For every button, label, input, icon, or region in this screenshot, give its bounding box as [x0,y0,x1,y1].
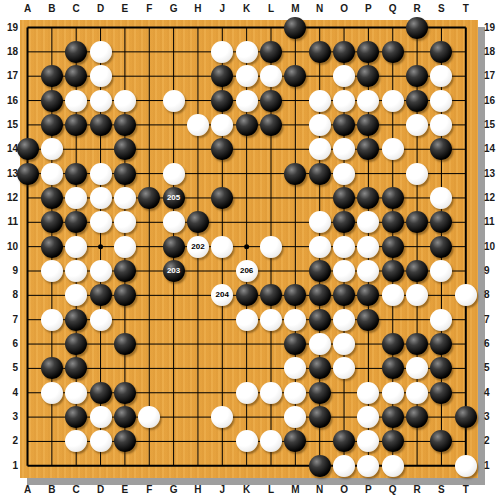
col-label-bottom-S: S [431,483,451,497]
white-stone-M7 [284,309,306,331]
row-label-left-9: 9 [0,264,18,278]
black-stone-E9 [114,260,136,282]
row-label-left-8: 8 [0,288,18,302]
white-stone-O16 [333,90,355,112]
white-stone-T8 [455,284,477,306]
col-label-top-N: N [310,2,330,16]
row-label-left-5: 5 [0,361,18,375]
white-stone-R15 [406,114,428,136]
col-label-bottom-L: L [261,483,281,497]
col-label-top-B: B [42,2,62,16]
white-stone-L7 [260,309,282,331]
row-label-right-12: 12 [484,191,500,205]
black-stone-L15 [260,114,282,136]
col-label-top-G: G [164,2,184,16]
row-label-left-11: 11 [0,215,18,229]
white-stone-B7 [41,309,63,331]
col-label-top-J: J [212,2,232,16]
white-stone-Q16 [382,90,404,112]
black-stone-G10 [163,236,185,258]
col-label-top-A: A [18,2,38,16]
white-stone-K4 [236,382,258,404]
white-stone-K9-move-206: 206 [236,260,258,282]
col-label-top-Q: Q [383,2,403,16]
white-stone-N6 [309,333,331,355]
white-stone-Q4 [382,382,404,404]
white-stone-J18 [211,41,233,63]
col-label-bottom-G: G [164,483,184,497]
col-label-top-F: F [139,2,159,16]
row-label-right-16: 16 [484,94,500,108]
col-label-top-D: D [91,2,111,16]
white-stone-D9 [90,260,112,282]
black-stone-N7 [309,309,331,331]
col-label-top-H: H [188,2,208,16]
white-stone-O6 [333,333,355,355]
black-stone-D15 [90,114,112,136]
row-label-right-7: 7 [484,313,500,327]
white-stone-N10 [309,236,331,258]
col-label-bottom-D: D [91,483,111,497]
black-stone-E4 [114,382,136,404]
col-label-bottom-E: E [115,483,135,497]
white-stone-D11 [90,211,112,233]
black-stone-B15 [41,114,63,136]
black-stone-E3 [114,406,136,428]
row-label-left-6: 6 [0,337,18,351]
black-stone-N1 [309,455,331,477]
col-label-top-T: T [456,2,476,16]
row-label-right-11: 11 [484,215,500,229]
white-stone-C10 [65,236,87,258]
black-stone-A14 [17,138,39,160]
white-stone-E12 [114,187,136,209]
black-stone-L16 [260,90,282,112]
black-stone-A13 [17,163,39,185]
black-stone-D8 [90,284,112,306]
white-stone-K17 [236,65,258,87]
white-stone-Q1 [382,455,404,477]
col-label-top-K: K [237,2,257,16]
black-stone-N5 [309,357,331,379]
black-stone-B17 [41,65,63,87]
black-stone-Q10 [382,236,404,258]
white-stone-D13 [90,163,112,185]
black-stone-R6 [406,333,428,355]
black-stone-L18 [260,41,282,63]
black-stone-Q11 [382,211,404,233]
col-label-bottom-C: C [66,483,86,497]
row-label-right-19: 19 [484,21,500,35]
col-label-bottom-M: M [285,483,305,497]
black-stone-S10 [430,236,452,258]
white-stone-R4 [406,382,428,404]
white-stone-N15 [309,114,331,136]
row-label-right-15: 15 [484,118,500,132]
black-stone-Q5 [382,357,404,379]
row-label-left-16: 16 [0,94,18,108]
black-stone-N4 [309,382,331,404]
row-label-right-13: 13 [484,167,500,181]
col-label-top-L: L [261,2,281,16]
white-stone-O1 [333,455,355,477]
col-label-top-S: S [431,2,451,16]
col-label-bottom-A: A [18,483,38,497]
row-label-right-6: 6 [484,337,500,351]
black-stone-B12 [41,187,63,209]
row-label-right-1: 1 [484,459,500,473]
white-stone-B14 [41,138,63,160]
col-label-bottom-H: H [188,483,208,497]
white-stone-D16 [90,90,112,112]
white-stone-E10 [114,236,136,258]
black-stone-E13 [114,163,136,185]
black-stone-E6 [114,333,136,355]
white-stone-D7 [90,309,112,331]
white-stone-J10 [211,236,233,258]
black-stone-B16 [41,90,63,112]
white-stone-S16 [430,90,452,112]
black-stone-N18 [309,41,331,63]
white-stone-P4 [357,382,379,404]
white-stone-Q14 [382,138,404,160]
white-stone-G11 [163,211,185,233]
white-stone-D17 [90,65,112,87]
row-label-right-3: 3 [484,410,500,424]
go-board[interactable]: 205202203206204 [20,20,478,478]
white-stone-K18 [236,41,258,63]
col-label-top-R: R [407,2,427,16]
row-label-right-18: 18 [484,45,500,59]
row-label-left-1: 1 [0,459,18,473]
black-stone-Q18 [382,41,404,63]
white-stone-H15 [187,114,209,136]
white-stone-G13 [163,163,185,185]
col-label-top-O: O [334,2,354,16]
col-label-top-P: P [358,2,378,16]
row-label-right-2: 2 [484,434,500,448]
white-stone-K7 [236,309,258,331]
row-label-right-14: 14 [484,142,500,156]
col-label-bottom-P: P [358,483,378,497]
col-label-top-E: E [115,2,135,16]
white-stone-C12 [65,187,87,209]
black-stone-K8 [236,284,258,306]
black-stone-C15 [65,114,87,136]
black-stone-M13 [284,163,306,185]
black-stone-O12 [333,187,355,209]
black-stone-D4 [90,382,112,404]
white-stone-K16 [236,90,258,112]
row-label-right-9: 9 [484,264,500,278]
black-stone-N13 [309,163,331,185]
col-label-top-C: C [66,2,86,16]
black-stone-M19 [284,17,306,39]
black-stone-J16 [211,90,233,112]
white-stone-N16 [309,90,331,112]
row-label-left-2: 2 [0,434,18,448]
white-stone-C16 [65,90,87,112]
black-stone-O15 [333,114,355,136]
col-label-bottom-B: B [42,483,62,497]
black-stone-N8 [309,284,331,306]
black-stone-G9-move-203: 203 [163,260,185,282]
white-stone-M4 [284,382,306,404]
white-stone-G16 [163,90,185,112]
row-label-left-19: 19 [0,21,18,35]
white-stone-N11 [309,211,331,233]
row-label-right-4: 4 [484,386,500,400]
row-label-left-4: 4 [0,386,18,400]
white-stone-D12 [90,187,112,209]
black-stone-N9 [309,260,331,282]
white-stone-L4 [260,382,282,404]
black-stone-B10 [41,236,63,258]
black-stone-E14 [114,138,136,160]
black-stone-T3 [455,406,477,428]
white-stone-D2 [90,430,112,452]
white-stone-Q8 [382,284,404,306]
row-label-right-10: 10 [484,240,500,254]
col-label-bottom-Q: Q [383,483,403,497]
col-label-bottom-F: F [139,483,159,497]
white-stone-L10 [260,236,282,258]
black-stone-Q12 [382,187,404,209]
white-stone-O9 [333,260,355,282]
row-label-left-15: 15 [0,118,18,132]
white-stone-E16 [114,90,136,112]
white-stone-D18 [90,41,112,63]
white-stone-O7 [333,309,355,331]
row-label-right-5: 5 [484,361,500,375]
white-stone-S7 [430,309,452,331]
black-stone-E15 [114,114,136,136]
white-stone-B9 [41,260,63,282]
hoshi-point [98,244,103,249]
col-label-bottom-R: R [407,483,427,497]
hoshi-point [244,244,249,249]
row-label-left-18: 18 [0,45,18,59]
col-label-bottom-T: T [456,483,476,497]
white-stone-B4 [41,382,63,404]
white-stone-B13 [41,163,63,185]
black-stone-R19 [406,17,428,39]
col-label-top-M: M [285,2,305,16]
white-stone-K2 [236,430,258,452]
row-label-left-3: 3 [0,410,18,424]
black-stone-Q6 [382,333,404,355]
white-stone-D3 [90,406,112,428]
col-label-bottom-K: K [237,483,257,497]
col-label-bottom-J: J [212,483,232,497]
white-stone-H10-move-202: 202 [187,236,209,258]
black-stone-N3 [309,406,331,428]
white-stone-O13 [333,163,355,185]
row-label-left-14: 14 [0,142,18,156]
row-label-right-8: 8 [484,288,500,302]
black-stone-P7 [357,309,379,331]
white-stone-R13 [406,163,428,185]
black-stone-R16 [406,90,428,112]
black-stone-C18 [65,41,87,63]
white-stone-C4 [65,382,87,404]
black-stone-C7 [65,309,87,331]
black-stone-B11 [41,211,63,233]
white-stone-N14 [309,138,331,160]
row-label-left-10: 10 [0,240,18,254]
black-stone-K15 [236,114,258,136]
row-label-left-13: 13 [0,167,18,181]
col-label-bottom-N: N [310,483,330,497]
black-stone-Q9 [382,260,404,282]
white-stone-P16 [357,90,379,112]
go-game-screenshot: 205202203206204 AABBCCDDEEFFGGHHJJKKLLMM… [0,0,500,500]
white-stone-O10 [333,236,355,258]
black-stone-O18 [333,41,355,63]
black-stone-C13 [65,163,87,185]
row-label-left-12: 12 [0,191,18,205]
white-stone-P10 [357,236,379,258]
black-stone-Q3 [382,406,404,428]
col-label-bottom-O: O [334,483,354,497]
row-label-right-17: 17 [484,69,500,83]
row-label-left-7: 7 [0,313,18,327]
white-stone-T1 [455,455,477,477]
black-stone-G12-move-205: 205 [163,187,185,209]
row-label-left-17: 17 [0,69,18,83]
black-stone-R9 [406,260,428,282]
